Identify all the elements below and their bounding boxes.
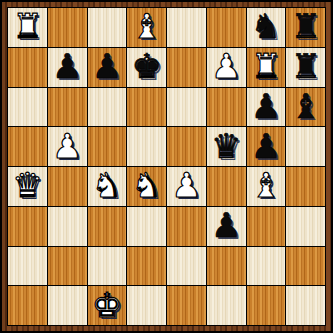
square-e7[interactable]	[167, 48, 206, 87]
square-d1[interactable]	[127, 286, 166, 325]
piece-white-rook: ♜	[12, 9, 42, 43]
square-c1[interactable]: ♚	[88, 286, 127, 325]
piece-white-bishop: ♝	[251, 168, 281, 202]
square-c8[interactable]	[88, 8, 127, 47]
square-f2[interactable]	[207, 247, 246, 286]
square-d2[interactable]	[127, 247, 166, 286]
square-c3[interactable]	[88, 207, 127, 246]
piece-white-pawn: ♟	[52, 129, 82, 163]
square-d7[interactable]: ♚	[127, 48, 166, 87]
square-g7[interactable]: ♜	[247, 48, 286, 87]
square-f7[interactable]: ♟	[207, 48, 246, 87]
square-c5[interactable]	[88, 127, 127, 166]
square-d6[interactable]	[127, 88, 166, 127]
square-a5[interactable]	[8, 127, 47, 166]
piece-black-pawn: ♟	[251, 129, 281, 163]
piece-black-rook: ♜	[290, 9, 320, 43]
square-b8[interactable]	[48, 8, 87, 47]
piece-black-pawn: ♟	[52, 49, 82, 83]
piece-black-rook: ♜	[290, 49, 320, 83]
piece-white-bishop: ♝	[131, 9, 161, 43]
piece-white-king: ♚	[92, 288, 122, 322]
square-b4[interactable]	[48, 167, 87, 206]
square-a6[interactable]	[8, 88, 47, 127]
square-g8[interactable]: ♞	[247, 8, 286, 47]
square-d5[interactable]	[127, 127, 166, 166]
square-e1[interactable]	[167, 286, 206, 325]
square-a7[interactable]	[8, 48, 47, 87]
square-a1[interactable]	[8, 286, 47, 325]
square-g3[interactable]	[247, 207, 286, 246]
square-b5[interactable]: ♟	[48, 127, 87, 166]
piece-white-knight: ♞	[92, 168, 122, 202]
square-b2[interactable]	[48, 247, 87, 286]
board-frame: ♜♝♞♜♟♟♚♟♜♜♟♝♟♛♟♛♞♞♟♝♟♚	[0, 0, 333, 333]
square-e3[interactable]	[167, 207, 206, 246]
square-h1[interactable]	[286, 286, 325, 325]
square-a3[interactable]	[8, 207, 47, 246]
piece-white-queen: ♛	[12, 168, 42, 202]
square-g2[interactable]	[247, 247, 286, 286]
square-h7[interactable]: ♜	[286, 48, 325, 87]
square-f3[interactable]: ♟	[207, 207, 246, 246]
square-h2[interactable]	[286, 247, 325, 286]
square-a4[interactable]: ♛	[8, 167, 47, 206]
piece-black-bishop: ♝	[290, 89, 320, 123]
piece-black-pawn: ♟	[92, 49, 122, 83]
piece-white-rook: ♜	[251, 49, 281, 83]
square-g6[interactable]: ♟	[247, 88, 286, 127]
piece-black-pawn: ♟	[211, 208, 241, 242]
square-a8[interactable]: ♜	[8, 8, 47, 47]
square-b7[interactable]: ♟	[48, 48, 87, 87]
piece-black-pawn: ♟	[251, 89, 281, 123]
square-e6[interactable]	[167, 88, 206, 127]
square-c7[interactable]: ♟	[88, 48, 127, 87]
square-d3[interactable]	[127, 207, 166, 246]
square-h3[interactable]	[286, 207, 325, 246]
square-f5[interactable]: ♛	[207, 127, 246, 166]
square-d4[interactable]: ♞	[127, 167, 166, 206]
piece-white-pawn: ♟	[211, 49, 241, 83]
square-b6[interactable]	[48, 88, 87, 127]
square-c2[interactable]	[88, 247, 127, 286]
square-c4[interactable]: ♞	[88, 167, 127, 206]
square-e2[interactable]	[167, 247, 206, 286]
square-f6[interactable]	[207, 88, 246, 127]
square-d8[interactable]: ♝	[127, 8, 166, 47]
piece-black-knight: ♞	[251, 9, 281, 43]
square-f4[interactable]	[207, 167, 246, 206]
square-g4[interactable]: ♝	[247, 167, 286, 206]
square-h4[interactable]	[286, 167, 325, 206]
square-e5[interactable]	[167, 127, 206, 166]
square-b3[interactable]	[48, 207, 87, 246]
piece-white-knight: ♞	[131, 168, 161, 202]
square-e8[interactable]	[167, 8, 206, 47]
square-g5[interactable]: ♟	[247, 127, 286, 166]
piece-white-pawn: ♟	[171, 168, 201, 202]
square-h6[interactable]: ♝	[286, 88, 325, 127]
square-g1[interactable]	[247, 286, 286, 325]
square-h8[interactable]: ♜	[286, 8, 325, 47]
square-f8[interactable]	[207, 8, 246, 47]
piece-black-queen: ♛	[211, 129, 241, 163]
square-h5[interactable]	[286, 127, 325, 166]
chess-board: ♜♝♞♜♟♟♚♟♜♜♟♝♟♛♟♛♞♞♟♝♟♚	[7, 7, 326, 326]
square-b1[interactable]	[48, 286, 87, 325]
piece-black-king: ♚	[131, 49, 161, 83]
square-c6[interactable]	[88, 88, 127, 127]
square-e4[interactable]: ♟	[167, 167, 206, 206]
square-a2[interactable]	[8, 247, 47, 286]
square-f1[interactable]	[207, 286, 246, 325]
